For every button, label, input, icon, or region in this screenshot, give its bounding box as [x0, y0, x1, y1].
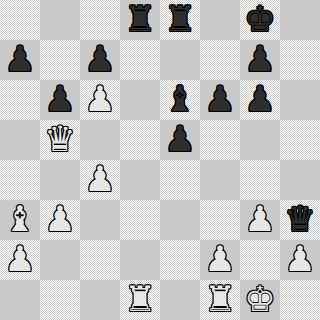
square-f5[interactable] — [200, 120, 240, 160]
piece-black-rook[interactable]: ♜ — [164, 0, 195, 39]
square-b1[interactable] — [40, 280, 80, 320]
square-c4[interactable]: ♟ — [80, 160, 120, 200]
square-d6[interactable] — [120, 80, 160, 120]
square-c3[interactable] — [80, 200, 120, 240]
piece-white-rook[interactable]: ♜ — [124, 279, 155, 319]
square-f8[interactable] — [200, 0, 240, 40]
square-d4[interactable] — [120, 160, 160, 200]
square-a2[interactable]: ♟ — [0, 240, 40, 280]
square-e8[interactable]: ♜ — [160, 0, 200, 40]
square-g6[interactable]: ♟ — [240, 80, 280, 120]
square-f1[interactable]: ♜ — [200, 280, 240, 320]
square-b6[interactable]: ♟ — [40, 80, 80, 120]
piece-white-pawn[interactable]: ♟ — [244, 199, 275, 239]
square-c1[interactable] — [80, 280, 120, 320]
square-h5[interactable] — [280, 120, 320, 160]
square-d7[interactable] — [120, 40, 160, 80]
square-b2[interactable] — [40, 240, 80, 280]
piece-black-queen[interactable]: ♛ — [284, 199, 315, 239]
piece-black-pawn[interactable]: ♟ — [4, 39, 35, 79]
square-d5[interactable] — [120, 120, 160, 160]
square-a1[interactable] — [0, 280, 40, 320]
piece-white-pawn[interactable]: ♟ — [44, 199, 75, 239]
square-c7[interactable]: ♟ — [80, 40, 120, 80]
square-h4[interactable] — [280, 160, 320, 200]
chess-board-container: ♜♜♚♟♟♟♟♟♝♟♟♛♟♟♝♟♟♛♟♟♟♜♜♚ — [0, 0, 320, 320]
square-d1[interactable]: ♜ — [120, 280, 160, 320]
square-a6[interactable] — [0, 80, 40, 120]
piece-white-pawn[interactable]: ♟ — [84, 79, 115, 119]
square-c2[interactable] — [80, 240, 120, 280]
piece-black-pawn[interactable]: ♟ — [44, 79, 75, 119]
square-a4[interactable] — [0, 160, 40, 200]
square-g5[interactable] — [240, 120, 280, 160]
square-d3[interactable] — [120, 200, 160, 240]
square-e6[interactable]: ♝ — [160, 80, 200, 120]
piece-black-pawn[interactable]: ♟ — [204, 79, 235, 119]
square-b3[interactable]: ♟ — [40, 200, 80, 240]
piece-white-rook[interactable]: ♜ — [204, 279, 235, 319]
square-c5[interactable] — [80, 120, 120, 160]
square-a8[interactable] — [0, 0, 40, 40]
square-h1[interactable] — [280, 280, 320, 320]
square-h2[interactable]: ♟ — [280, 240, 320, 280]
piece-black-pawn[interactable]: ♟ — [244, 39, 275, 79]
square-h3[interactable]: ♛ — [280, 200, 320, 240]
square-b7[interactable] — [40, 40, 80, 80]
square-f7[interactable] — [200, 40, 240, 80]
piece-black-bishop[interactable]: ♝ — [164, 79, 195, 119]
square-e2[interactable] — [160, 240, 200, 280]
square-c6[interactable]: ♟ — [80, 80, 120, 120]
chess-board: ♜♜♚♟♟♟♟♟♝♟♟♛♟♟♝♟♟♛♟♟♟♜♜♚ — [0, 0, 320, 320]
square-g8[interactable]: ♚ — [240, 0, 280, 40]
square-b5[interactable]: ♛ — [40, 120, 80, 160]
square-b8[interactable] — [40, 0, 80, 40]
piece-white-pawn[interactable]: ♟ — [84, 159, 115, 199]
square-c8[interactable] — [80, 0, 120, 40]
square-g7[interactable]: ♟ — [240, 40, 280, 80]
piece-white-queen[interactable]: ♛ — [44, 119, 75, 159]
piece-white-king[interactable]: ♚ — [244, 279, 275, 319]
square-f6[interactable]: ♟ — [200, 80, 240, 120]
square-e1[interactable] — [160, 280, 200, 320]
piece-black-pawn[interactable]: ♟ — [164, 119, 195, 159]
square-d2[interactable] — [120, 240, 160, 280]
square-h8[interactable] — [280, 0, 320, 40]
square-h6[interactable] — [280, 80, 320, 120]
piece-white-pawn[interactable]: ♟ — [284, 239, 315, 279]
square-a3[interactable]: ♝ — [0, 200, 40, 240]
square-g4[interactable] — [240, 160, 280, 200]
square-e7[interactable] — [160, 40, 200, 80]
piece-white-pawn[interactable]: ♟ — [204, 239, 235, 279]
square-a5[interactable] — [0, 120, 40, 160]
square-f2[interactable]: ♟ — [200, 240, 240, 280]
piece-black-pawn[interactable]: ♟ — [84, 39, 115, 79]
piece-white-pawn[interactable]: ♟ — [4, 239, 35, 279]
piece-white-bishop[interactable]: ♝ — [4, 199, 35, 239]
square-e3[interactable] — [160, 200, 200, 240]
square-a7[interactable]: ♟ — [0, 40, 40, 80]
square-g2[interactable] — [240, 240, 280, 280]
piece-black-rook[interactable]: ♜ — [124, 0, 155, 39]
square-b4[interactable] — [40, 160, 80, 200]
square-g3[interactable]: ♟ — [240, 200, 280, 240]
square-h7[interactable] — [280, 40, 320, 80]
square-e4[interactable] — [160, 160, 200, 200]
square-g1[interactable]: ♚ — [240, 280, 280, 320]
piece-black-pawn[interactable]: ♟ — [244, 79, 275, 119]
piece-black-king[interactable]: ♚ — [244, 0, 275, 39]
square-f4[interactable] — [200, 160, 240, 200]
square-d8[interactable]: ♜ — [120, 0, 160, 40]
square-e5[interactable]: ♟ — [160, 120, 200, 160]
square-f3[interactable] — [200, 200, 240, 240]
